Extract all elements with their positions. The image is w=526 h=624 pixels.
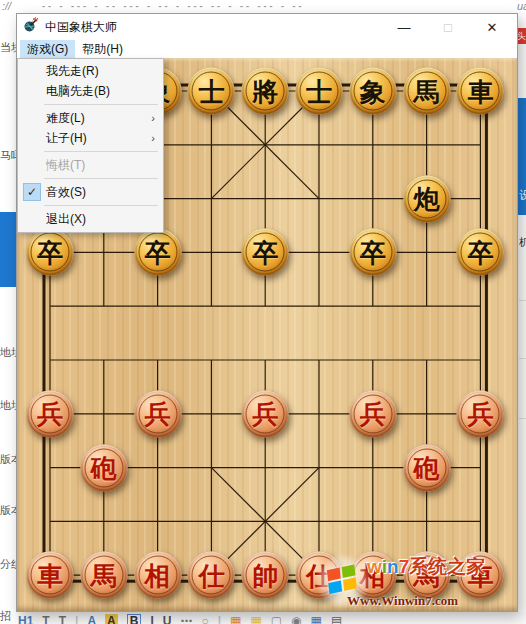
piece-red-soldier[interactable]: 兵 [457,390,504,437]
toolbar-icon: | [218,614,221,624]
menu-item-handicap[interactable]: 让子(H)› [18,128,163,148]
piece-red-rook[interactable]: 車 [27,552,74,599]
toolbar-icon: | [75,614,78,624]
piece-red-soldier[interactable]: 兵 [349,390,396,437]
toolbar-icon: ▦ [230,614,241,624]
piece-glyph: 士 [198,78,224,104]
background-page: :// ua ‐‐ ‐ ‐‐‐ ‐ ‐‐ ‐‐‐ ‐ ‐‐ ‐ ‐‐‐ ‐‐ ‐… [0,0,526,624]
menubar-item-help[interactable]: 帮助(H) [75,40,130,58]
watermark-letter: 家 [466,556,485,577]
windows-logo-pane [343,577,357,591]
piece-glyph: 車 [467,78,493,104]
background-text-fragment: 机 [519,235,526,249]
watermark-site-name: win7系统之家 [367,554,485,580]
piece-glyph: 士 [306,78,332,104]
piece-black-rook[interactable]: 車 [457,68,504,115]
minimize-button[interactable]: — [393,20,415,35]
piece-glyph: 卒 [252,239,278,265]
chevron-right-icon: › [151,128,155,148]
background-text-fragment: 版本 [0,503,16,517]
chevron-right-icon: › [151,108,155,128]
toolbar-icon: ▦ [311,614,322,624]
menu-item-label: 让子(H) [46,131,87,145]
watermark-letter: n [387,556,399,577]
menu-separator [44,205,158,206]
toolbar-icon: B [127,614,142,624]
title-bar: 中国象棋大师 — □ ✕ [17,14,517,40]
background-editor-toolbar: H1TT|AABIU⋯○|▦▦▢◉▦▤ [18,612,526,624]
piece-red-elephant[interactable]: 相 [134,552,181,599]
close-button[interactable]: ✕ [481,20,503,35]
windows-logo-pane [327,567,341,581]
watermark: win7系统之家 Www.Winwin7.com [309,549,515,609]
toolbar-icon: A [105,614,118,624]
watermark-letter: 之 [447,556,466,577]
watermark-letter: 系 [409,556,428,577]
divider [519,300,526,301]
piece-black-horse[interactable]: 馬 [403,68,450,115]
piece-red-soldier[interactable]: 兵 [134,390,181,437]
background-text-fragment: 招 [0,609,16,623]
game-menu-dropdown: 我先走(R)电脑先走(B)难度(L)›让子(H)›悔棋(T)✓音效(S)退出(X… [17,58,164,233]
toolbar-icon: ◉ [291,614,301,624]
piece-glyph: 象 [360,78,386,104]
piece-black-soldier[interactable]: 卒 [27,229,74,276]
menu-separator [44,178,158,179]
toolbar-icon: A [87,614,96,624]
background-text-fragment: 设 [519,188,526,202]
piece-black-soldier[interactable]: 卒 [457,229,504,276]
piece-black-general[interactable]: 將 [242,68,289,115]
piece-red-cannon[interactable]: 砲 [80,444,127,491]
window-controls: — □ ✕ [393,20,503,35]
background-text-fragment: 地址 [0,398,16,412]
piece-glyph: 兵 [252,401,278,427]
notification-badge: 头 [517,28,526,44]
toolbar-icon: H1 [18,614,33,624]
menu-item-label: 难度(L) [46,111,85,125]
piece-glyph: 卒 [360,239,386,265]
toolbar-icon: T [42,614,49,624]
windows-logo-pane [342,564,356,578]
windows-logo-pane [328,580,342,594]
background-text-fragment: 分组 [0,557,16,571]
piece-black-soldier[interactable]: 卒 [242,229,289,276]
piece-glyph: 帥 [252,562,278,588]
menu-item-exit[interactable]: 退出(X) [18,209,163,229]
toolbar-icon: ▤ [331,614,342,624]
watermark-url: Www.Winwin7.com [347,593,458,609]
watermark-letter: 7 [399,556,410,577]
app-icon [23,17,39,37]
piece-black-soldier[interactable]: 卒 [349,229,396,276]
menubar-item-game[interactable]: 游戏(G) [20,40,75,58]
piece-glyph: 車 [37,562,63,588]
piece-black-advisor[interactable]: 士 [188,68,235,115]
watermark-letter: 统 [428,556,447,577]
divider [519,358,526,359]
piece-red-soldier[interactable]: 兵 [242,390,289,437]
background-text-fragment: 当块 [0,40,16,54]
background-text-fragment: 地址 [0,345,16,359]
piece-glyph: 馬 [91,562,117,588]
divider [519,418,526,419]
piece-glyph: 兵 [145,401,171,427]
piece-red-horse[interactable]: 馬 [80,552,127,599]
menu-item-difficulty[interactable]: 难度(L)› [18,108,163,128]
piece-glyph: 卒 [467,239,493,265]
toolbar-icon: U [163,614,172,624]
menu-separator [44,104,158,105]
watermark-letter: w [367,556,382,577]
background-blue-block-left [0,212,16,287]
piece-red-soldier[interactable]: 兵 [27,390,74,437]
toolbar-icon: T [59,614,66,624]
toolbar-icon: I [150,614,153,624]
piece-glyph: 將 [252,78,278,104]
piece-red-cannon[interactable]: 砲 [403,444,450,491]
piece-glyph: 卒 [145,239,171,265]
checkmark-icon: ✓ [23,183,41,201]
piece-red-advisor[interactable]: 仕 [188,552,235,599]
piece-glyph: 卒 [37,239,63,265]
background-text-fragment: :// [2,0,11,12]
piece-black-advisor[interactable]: 士 [296,68,343,115]
piece-glyph: 砲 [91,455,117,481]
toolbar-icon: ▦ [250,614,261,624]
piece-black-soldier[interactable]: 卒 [134,229,181,276]
menu-item-label: 悔棋(T) [46,158,85,172]
toolbar-icon: ○ [201,614,208,624]
piece-glyph: 仕 [198,562,224,588]
background-text-fragment: 版本 [0,452,16,466]
menu-item-label: 音效(S) [46,185,86,199]
menu-item-i-move-first[interactable]: 我先走(R) [18,61,163,81]
piece-glyph: 馬 [414,78,440,104]
background-text-fragment: ua [517,0,526,12]
piece-glyph: 兵 [37,401,63,427]
menu-item-label: 我先走(R) [46,64,99,78]
piece-glyph: 兵 [467,401,493,427]
piece-black-cannon[interactable]: 炮 [403,175,450,222]
piece-red-general[interactable]: 帥 [242,552,289,599]
menu-item-undo: 悔棋(T) [18,155,163,175]
background-text-fragment: 马吗 [0,148,16,162]
maximize-button[interactable]: □ [437,20,459,35]
piece-glyph: 相 [145,562,171,588]
menu-separator [44,151,158,152]
piece-glyph: 兵 [360,401,386,427]
toolbar-icon: ▢ [271,614,282,624]
piece-black-elephant[interactable]: 象 [349,68,396,115]
menu-item-label: 退出(X) [46,212,86,226]
menu-bar: 游戏(G)帮助(H) [17,40,517,58]
menu-item-sound[interactable]: ✓音效(S) [18,182,163,202]
toolbar-icon: ⋯ [180,614,192,624]
menu-item-computer-first[interactable]: 电脑先走(B) [18,81,163,101]
piece-glyph: 炮 [414,186,440,212]
piece-glyph: 砲 [414,455,440,481]
background-url-text: ‐‐ ‐ ‐‐‐ ‐ ‐‐ ‐‐‐ ‐ ‐‐ ‐ ‐‐‐ ‐‐ ‐ ‐‐ ‐‐‐… [42,1,498,11]
window-title: 中国象棋大师 [45,19,117,36]
menu-item-label: 电脑先走(B) [46,84,110,98]
